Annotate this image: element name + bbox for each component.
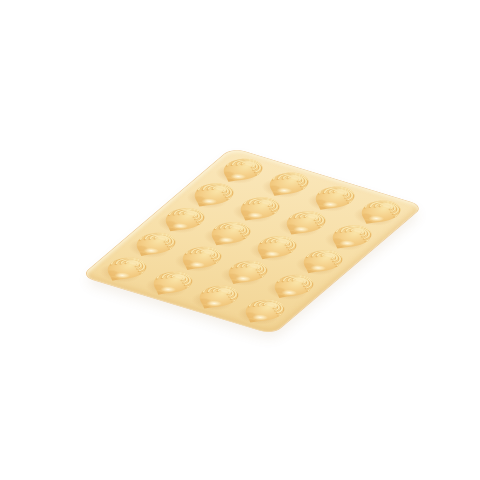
mold-body — [82, 148, 423, 334]
madeleine-mold — [82, 148, 423, 334]
cavity-grid — [88, 151, 417, 331]
product-photo-scene — [0, 0, 480, 480]
